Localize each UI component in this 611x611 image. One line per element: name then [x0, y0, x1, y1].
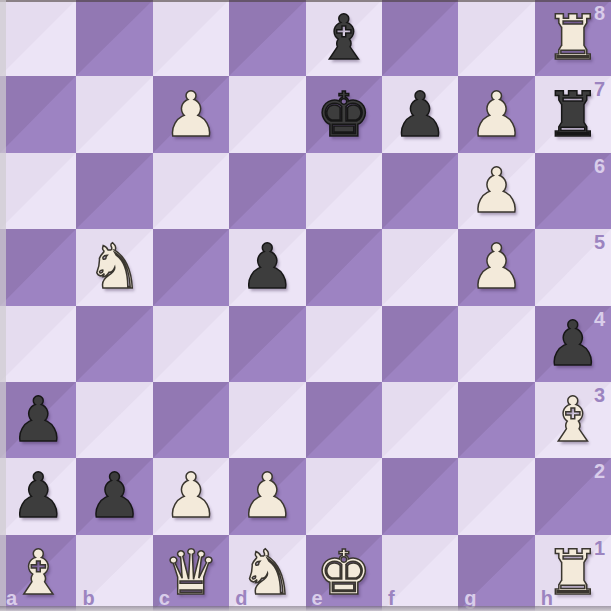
piece-black-pawn[interactable]: ♟︎	[0, 382, 76, 458]
square-f4[interactable]	[382, 306, 458, 382]
square-b3[interactable]	[76, 382, 152, 458]
square-h7[interactable]: 7♜	[535, 76, 611, 152]
square-c7[interactable]: ♟︎	[153, 76, 229, 152]
square-a5[interactable]	[0, 229, 76, 305]
square-f1[interactable]: f	[382, 535, 458, 611]
rank-label-2: 2	[594, 461, 605, 481]
piece-white-queen[interactable]: ♛	[153, 535, 229, 611]
square-g4[interactable]	[458, 306, 534, 382]
piece-white-knight[interactable]: ♞	[229, 535, 305, 611]
square-f6[interactable]	[382, 153, 458, 229]
square-a8[interactable]	[0, 0, 76, 76]
piece-white-pawn[interactable]: ♟︎	[458, 153, 534, 229]
square-h3[interactable]: 3♝	[535, 382, 611, 458]
piece-white-pawn[interactable]: ♟︎	[229, 458, 305, 534]
chess-board: ♝8♜♟︎♚♟︎♟︎7♜♟︎6♞♟︎♟︎54♟︎♟︎3♝♟︎♟︎♟︎♟︎2a♝b…	[0, 0, 611, 611]
square-g1[interactable]: g	[458, 535, 534, 611]
square-e1[interactable]: e♚	[306, 535, 382, 611]
square-c4[interactable]	[153, 306, 229, 382]
square-f8[interactable]	[382, 0, 458, 76]
rank-label-5: 5	[594, 232, 605, 252]
square-f3[interactable]	[382, 382, 458, 458]
square-c2[interactable]: ♟︎	[153, 458, 229, 534]
piece-white-pawn[interactable]: ♟︎	[458, 229, 534, 305]
piece-white-rook[interactable]: ♜	[535, 535, 611, 611]
square-d4[interactable]	[229, 306, 305, 382]
square-d3[interactable]	[229, 382, 305, 458]
piece-black-pawn[interactable]: ♟︎	[76, 458, 152, 534]
square-e7[interactable]: ♚	[306, 76, 382, 152]
piece-white-knight[interactable]: ♞	[76, 229, 152, 305]
square-d6[interactable]	[229, 153, 305, 229]
square-b8[interactable]	[76, 0, 152, 76]
square-g2[interactable]	[458, 458, 534, 534]
file-label-g: g	[464, 588, 476, 608]
piece-white-pawn[interactable]: ♟︎	[153, 76, 229, 152]
square-e8[interactable]: ♝	[306, 0, 382, 76]
square-h5[interactable]: 5	[535, 229, 611, 305]
square-g5[interactable]: ♟︎	[458, 229, 534, 305]
square-a3[interactable]: ♟︎	[0, 382, 76, 458]
piece-black-pawn[interactable]: ♟︎	[0, 458, 76, 534]
piece-white-bishop[interactable]: ♝	[535, 382, 611, 458]
piece-white-king[interactable]: ♚	[306, 535, 382, 611]
piece-white-bishop[interactable]: ♝	[0, 535, 76, 611]
square-f7[interactable]: ♟︎	[382, 76, 458, 152]
square-h4[interactable]: 4♟︎	[535, 306, 611, 382]
square-a2[interactable]: ♟︎	[0, 458, 76, 534]
piece-black-king[interactable]: ♚	[306, 76, 382, 152]
square-e3[interactable]	[306, 382, 382, 458]
rank-label-6: 6	[594, 156, 605, 176]
square-d1[interactable]: d♞	[229, 535, 305, 611]
square-b5[interactable]: ♞	[76, 229, 152, 305]
square-a7[interactable]	[0, 76, 76, 152]
square-b1[interactable]: b	[76, 535, 152, 611]
square-f2[interactable]	[382, 458, 458, 534]
square-e2[interactable]	[306, 458, 382, 534]
square-g3[interactable]	[458, 382, 534, 458]
square-e6[interactable]	[306, 153, 382, 229]
square-d2[interactable]: ♟︎	[229, 458, 305, 534]
piece-black-rook[interactable]: ♜	[535, 76, 611, 152]
square-d5[interactable]: ♟︎	[229, 229, 305, 305]
square-e5[interactable]	[306, 229, 382, 305]
square-c3[interactable]	[153, 382, 229, 458]
file-label-f: f	[388, 588, 395, 608]
square-d7[interactable]	[229, 76, 305, 152]
square-c5[interactable]	[153, 229, 229, 305]
square-f5[interactable]	[382, 229, 458, 305]
file-label-b: b	[82, 588, 94, 608]
square-c8[interactable]	[153, 0, 229, 76]
square-c6[interactable]	[153, 153, 229, 229]
square-d8[interactable]	[229, 0, 305, 76]
square-b2[interactable]: ♟︎	[76, 458, 152, 534]
piece-black-bishop[interactable]: ♝	[306, 0, 382, 76]
square-g6[interactable]: ♟︎	[458, 153, 534, 229]
square-h8[interactable]: 8♜	[535, 0, 611, 76]
square-a4[interactable]	[0, 306, 76, 382]
piece-white-pawn[interactable]: ♟︎	[153, 458, 229, 534]
square-b6[interactable]	[76, 153, 152, 229]
piece-white-pawn[interactable]: ♟︎	[458, 76, 534, 152]
square-h1[interactable]: 1h♜	[535, 535, 611, 611]
square-g8[interactable]	[458, 0, 534, 76]
square-g7[interactable]: ♟︎	[458, 76, 534, 152]
square-b7[interactable]	[76, 76, 152, 152]
piece-black-pawn[interactable]: ♟︎	[535, 306, 611, 382]
piece-black-pawn[interactable]: ♟︎	[382, 76, 458, 152]
square-a6[interactable]	[0, 153, 76, 229]
square-h2[interactable]: 2	[535, 458, 611, 534]
square-c1[interactable]: c♛	[153, 535, 229, 611]
piece-black-pawn[interactable]: ♟︎	[229, 229, 305, 305]
square-h6[interactable]: 6	[535, 153, 611, 229]
piece-white-rook[interactable]: ♜	[535, 0, 611, 76]
square-b4[interactable]	[76, 306, 152, 382]
square-a1[interactable]: a♝	[0, 535, 76, 611]
square-e4[interactable]	[306, 306, 382, 382]
